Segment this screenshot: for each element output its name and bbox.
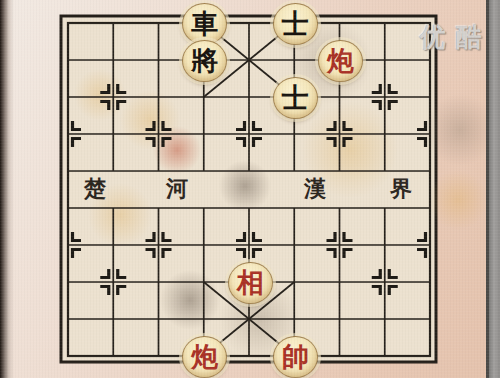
black-piece-glyph: 士 xyxy=(282,84,309,111)
xiangqi-board[interactable] xyxy=(0,0,500,378)
red-piece-glyph: 炮 xyxy=(327,47,354,74)
piece-black-general[interactable]: 將 xyxy=(182,40,227,82)
river-char-chu: 楚 xyxy=(84,174,106,204)
piece-red-general[interactable]: 帥 xyxy=(273,336,318,378)
piece-black-advisor-2[interactable]: 士 xyxy=(273,77,318,119)
red-piece-glyph: 帥 xyxy=(282,343,309,370)
left-edge-bar xyxy=(0,0,14,378)
right-gutter-bar xyxy=(489,0,500,378)
river-char-han: 漢 xyxy=(304,174,326,204)
piece-black-advisor-1[interactable]: 士 xyxy=(273,3,318,45)
piece-black-chariot[interactable]: 車 xyxy=(182,3,227,45)
piece-red-cannon-2[interactable]: 炮 xyxy=(182,336,227,378)
youku-watermark: 优酷 xyxy=(420,20,492,55)
black-piece-glyph: 將 xyxy=(191,47,218,74)
video-frame: 楚 河 漢 界 車士將炮士相炮帥 优酷 xyxy=(0,0,500,378)
black-piece-glyph: 士 xyxy=(282,10,309,37)
red-piece-glyph: 相 xyxy=(237,269,264,296)
river-char-he: 河 xyxy=(166,174,188,204)
river-char-jie: 界 xyxy=(390,174,412,204)
black-piece-glyph: 車 xyxy=(191,10,218,37)
piece-red-cannon-1[interactable]: 炮 xyxy=(318,40,363,82)
red-piece-glyph: 炮 xyxy=(191,343,218,370)
piece-red-elephant[interactable]: 相 xyxy=(228,262,273,304)
